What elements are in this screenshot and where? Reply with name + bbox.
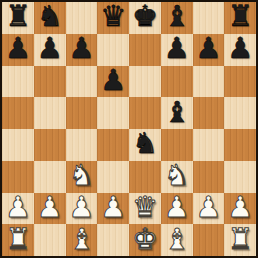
square-a8[interactable]: ♜: [2, 2, 34, 34]
square-e4[interactable]: ♞: [129, 129, 161, 161]
square-b1[interactable]: [34, 224, 66, 256]
black-pawn[interactable]: ♟: [37, 34, 63, 63]
white-pawn[interactable]: ♟: [227, 193, 253, 222]
square-a5[interactable]: [2, 97, 34, 129]
black-pawn[interactable]: ♟: [68, 34, 94, 63]
square-f1[interactable]: ♝: [161, 224, 193, 256]
square-f3[interactable]: ♞: [161, 161, 193, 193]
square-f6[interactable]: [161, 66, 193, 98]
black-king[interactable]: ♚: [132, 2, 158, 31]
square-e3[interactable]: [129, 161, 161, 193]
chess-board: ♜♞♛♚♝♜♟♟♟♟♟♟♟♝♞♞♞♟♟♟♟♛♟♟♟♜♝♚♝♜: [2, 2, 256, 256]
square-e2[interactable]: ♛: [129, 193, 161, 225]
square-h7[interactable]: ♟: [224, 34, 256, 66]
black-queen[interactable]: ♛: [100, 2, 126, 31]
black-pawn[interactable]: ♟: [164, 34, 190, 63]
white-bishop[interactable]: ♝: [68, 225, 94, 254]
square-c2[interactable]: ♟: [66, 193, 98, 225]
black-knight[interactable]: ♞: [37, 2, 63, 31]
white-pawn[interactable]: ♟: [5, 193, 31, 222]
square-f5[interactable]: ♝: [161, 97, 193, 129]
white-pawn[interactable]: ♟: [164, 193, 190, 222]
square-g4[interactable]: [193, 129, 225, 161]
square-c8[interactable]: [66, 2, 98, 34]
black-bishop[interactable]: ♝: [164, 98, 190, 127]
square-h4[interactable]: [224, 129, 256, 161]
square-c5[interactable]: [66, 97, 98, 129]
square-c7[interactable]: ♟: [66, 34, 98, 66]
white-king[interactable]: ♚: [132, 225, 158, 254]
square-d4[interactable]: [97, 129, 129, 161]
white-queen[interactable]: ♛: [132, 193, 158, 222]
black-pawn[interactable]: ♟: [100, 66, 126, 95]
square-h3[interactable]: [224, 161, 256, 193]
black-rook[interactable]: ♜: [227, 2, 253, 31]
square-f2[interactable]: ♟: [161, 193, 193, 225]
square-g7[interactable]: ♟: [193, 34, 225, 66]
white-pawn[interactable]: ♟: [68, 193, 94, 222]
white-pawn[interactable]: ♟: [195, 193, 221, 222]
square-h5[interactable]: [224, 97, 256, 129]
black-pawn[interactable]: ♟: [5, 34, 31, 63]
square-a2[interactable]: ♟: [2, 193, 34, 225]
square-c6[interactable]: [66, 66, 98, 98]
white-knight[interactable]: ♞: [68, 161, 94, 190]
square-b6[interactable]: [34, 66, 66, 98]
square-f7[interactable]: ♟: [161, 34, 193, 66]
white-rook[interactable]: ♜: [227, 225, 253, 254]
square-e7[interactable]: [129, 34, 161, 66]
square-b3[interactable]: [34, 161, 66, 193]
square-b7[interactable]: ♟: [34, 34, 66, 66]
square-d6[interactable]: ♟: [97, 66, 129, 98]
square-d8[interactable]: ♛: [97, 2, 129, 34]
square-h8[interactable]: ♜: [224, 2, 256, 34]
black-knight[interactable]: ♞: [132, 129, 158, 158]
white-knight[interactable]: ♞: [164, 161, 190, 190]
chess-board-frame: ♜♞♛♚♝♜♟♟♟♟♟♟♟♝♞♞♞♟♟♟♟♛♟♟♟♜♝♚♝♜: [0, 0, 258, 258]
square-a4[interactable]: [2, 129, 34, 161]
square-d7[interactable]: [97, 34, 129, 66]
square-f8[interactable]: ♝: [161, 2, 193, 34]
white-pawn[interactable]: ♟: [100, 193, 126, 222]
square-g5[interactable]: [193, 97, 225, 129]
square-g3[interactable]: [193, 161, 225, 193]
square-e1[interactable]: ♚: [129, 224, 161, 256]
white-bishop[interactable]: ♝: [164, 225, 190, 254]
square-d1[interactable]: [97, 224, 129, 256]
square-h6[interactable]: [224, 66, 256, 98]
square-a7[interactable]: ♟: [2, 34, 34, 66]
white-pawn[interactable]: ♟: [37, 193, 63, 222]
square-b5[interactable]: [34, 97, 66, 129]
square-g2[interactable]: ♟: [193, 193, 225, 225]
square-c3[interactable]: ♞: [66, 161, 98, 193]
square-c1[interactable]: ♝: [66, 224, 98, 256]
black-pawn[interactable]: ♟: [227, 34, 253, 63]
square-a1[interactable]: ♜: [2, 224, 34, 256]
square-b8[interactable]: ♞: [34, 2, 66, 34]
square-d3[interactable]: [97, 161, 129, 193]
square-g6[interactable]: [193, 66, 225, 98]
square-f4[interactable]: [161, 129, 193, 161]
square-e6[interactable]: [129, 66, 161, 98]
black-pawn[interactable]: ♟: [195, 34, 221, 63]
square-d5[interactable]: [97, 97, 129, 129]
square-e5[interactable]: [129, 97, 161, 129]
black-bishop[interactable]: ♝: [164, 2, 190, 31]
square-e8[interactable]: ♚: [129, 2, 161, 34]
square-b2[interactable]: ♟: [34, 193, 66, 225]
square-h2[interactable]: ♟: [224, 193, 256, 225]
square-c4[interactable]: [66, 129, 98, 161]
square-d2[interactable]: ♟: [97, 193, 129, 225]
square-g8[interactable]: [193, 2, 225, 34]
white-rook[interactable]: ♜: [5, 225, 31, 254]
square-b4[interactable]: [34, 129, 66, 161]
square-h1[interactable]: ♜: [224, 224, 256, 256]
black-rook[interactable]: ♜: [5, 2, 31, 31]
square-a6[interactable]: [2, 66, 34, 98]
square-a3[interactable]: [2, 161, 34, 193]
square-g1[interactable]: [193, 224, 225, 256]
